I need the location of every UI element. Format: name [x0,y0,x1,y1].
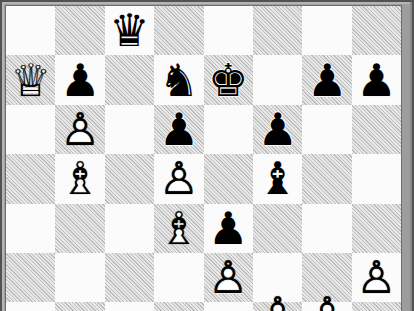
square-c8[interactable]: ♛ [105,6,154,55]
piece-white-pawn: ♟♙ [55,105,104,154]
piece-black-pawn: ♟ [55,55,104,104]
square-f8[interactable] [253,6,302,55]
square-d4[interactable]: ♝♗ [154,204,203,253]
piece-black-pawn: ♟ [352,55,401,104]
square-h8[interactable] [352,6,401,55]
piece-black-pawn: ♟ [253,105,302,154]
piece-black-pawn: ♟ [302,55,351,104]
square-b7[interactable]: ♟ [55,55,104,104]
square-d3[interactable] [154,253,203,302]
square-e7[interactable]: ♚ [204,55,253,104]
piece-black-pawn: ♟ [154,105,203,154]
square-a6[interactable] [6,105,55,154]
piece-white-pawn: ♟♙ [154,154,203,203]
square-a2[interactable] [6,302,55,311]
square-d7[interactable]: ♞ [154,55,203,104]
square-e6[interactable] [204,105,253,154]
square-g7[interactable]: ♟ [302,55,351,104]
square-d2[interactable] [154,302,203,311]
square-h7[interactable]: ♟ [352,55,401,104]
piece-black-pawn: ♟ [204,204,253,253]
square-h4[interactable] [352,204,401,253]
square-e5[interactable] [204,154,253,203]
square-f2[interactable]: ♟♙ [253,302,302,311]
square-f5[interactable]: ♝ [253,154,302,203]
square-c4[interactable] [105,204,154,253]
square-g8[interactable] [302,6,351,55]
chess-board: ♛♛♕♟♞♚♟♟♟♙♟♟♝♗♟♙♝♝♗♟♟♙♟♙♟♙♟♙ [6,6,401,311]
piece-white-queen: ♛♕ [6,55,55,104]
piece-white-pawn: ♟♙ [302,288,351,311]
square-a7[interactable]: ♛♕ [6,55,55,104]
square-g6[interactable] [302,105,351,154]
square-a3[interactable] [6,253,55,302]
square-b4[interactable] [55,204,104,253]
piece-black-bishop: ♝ [253,154,302,203]
square-g5[interactable] [302,154,351,203]
square-d6[interactable]: ♟ [154,105,203,154]
square-b5[interactable]: ♝♗ [55,154,104,203]
square-e8[interactable] [204,6,253,55]
piece-black-queen: ♛ [105,6,154,55]
square-c6[interactable] [105,105,154,154]
piece-white-pawn: ♟♙ [352,253,401,302]
square-e4[interactable]: ♟ [204,204,253,253]
square-b8[interactable] [55,6,104,55]
piece-white-bishop: ♝♗ [154,204,203,253]
square-c7[interactable] [105,55,154,104]
square-f4[interactable] [253,204,302,253]
piece-white-pawn: ♟♙ [253,288,302,311]
piece-white-pawn: ♟♙ [204,253,253,302]
square-f6[interactable]: ♟ [253,105,302,154]
square-b3[interactable] [55,253,104,302]
square-h3[interactable]: ♟♙ [352,253,401,302]
square-a5[interactable] [6,154,55,203]
square-b6[interactable]: ♟♙ [55,105,104,154]
square-h6[interactable] [352,105,401,154]
square-g4[interactable] [302,204,351,253]
square-e2[interactable] [204,302,253,311]
square-e3[interactable]: ♟♙ [204,253,253,302]
square-d8[interactable] [154,6,203,55]
square-f7[interactable] [253,55,302,104]
piece-black-king: ♚ [204,55,253,104]
piece-white-bishop: ♝♗ [55,154,104,203]
square-c2[interactable] [105,302,154,311]
square-c3[interactable] [105,253,154,302]
square-h2[interactable] [352,302,401,311]
square-a4[interactable] [6,204,55,253]
square-g2[interactable]: ♟♙ [302,302,351,311]
square-a8[interactable] [6,6,55,55]
piece-black-knight: ♞ [154,55,203,104]
square-h5[interactable] [352,154,401,203]
square-b2[interactable] [55,302,104,311]
chess-diagram-frame: ♛♛♕♟♞♚♟♟♟♙♟♟♝♗♟♙♝♝♗♟♟♙♟♙♟♙♟♙ [0,0,414,311]
square-d5[interactable]: ♟♙ [154,154,203,203]
square-c5[interactable] [105,154,154,203]
